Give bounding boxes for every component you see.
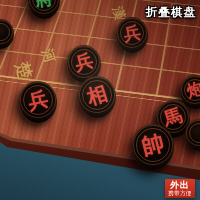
piece-top-face: 炮 bbox=[181, 76, 200, 104]
promo-badge: 外出 携带方便 bbox=[165, 179, 195, 198]
piece-engraved-ring bbox=[189, 123, 200, 143]
piece-top-face: 帥 bbox=[133, 125, 173, 165]
xiangqi-piece: 帥 bbox=[132, 124, 174, 170]
piece-character: 兵 bbox=[116, 17, 148, 49]
piece-top-face: 兵 bbox=[117, 18, 147, 48]
piece-top-face bbox=[0, 20, 13, 44]
xiangqi-piece: 兵 bbox=[19, 81, 57, 123]
piece-character: 兵 bbox=[18, 80, 58, 120]
photo-title-overlay: 折叠棋盘 bbox=[146, 5, 196, 20]
piece-top-face: 將 bbox=[29, 0, 59, 14]
promo-badge-line1: 外出 bbox=[165, 181, 195, 190]
piece-top-face: 相 bbox=[79, 77, 115, 113]
piece-engraved-ring bbox=[0, 23, 10, 41]
piece-top-face: 兵 bbox=[68, 46, 100, 78]
piece-top-face bbox=[186, 120, 200, 146]
piece-character: 將 bbox=[28, 0, 60, 15]
xiangqi-piece: 相 bbox=[78, 76, 116, 118]
piece-top-face: 兵 bbox=[20, 82, 56, 118]
product-photo-xiangqi-board[interactable]: 楚河漢 將兵相兵兵炮馬帥 折叠棋盘 外出 携带方便 bbox=[0, 0, 200, 200]
grid-cell bbox=[116, 65, 161, 95]
promo-badge-line2: 携带方便 bbox=[165, 190, 195, 197]
xiangqi-piece: 兵 bbox=[116, 17, 148, 53]
